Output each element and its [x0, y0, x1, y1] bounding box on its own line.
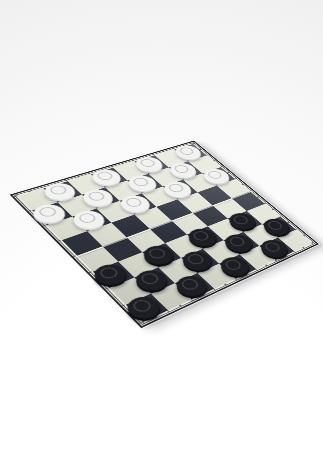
- playing-field: ●●●●●●●●●●●●●●●●●●●●●●●●: [17, 144, 311, 322]
- checkers-board: ●●●●●●●●●●●●●●●●●●●●●●●●: [10, 141, 319, 329]
- margin-tick: [303, 247, 305, 248]
- margin-tick: [265, 265, 267, 266]
- margin-tick: [311, 243, 313, 245]
- photo-background: ●●●●●●●●●●●●●●●●●●●●●●●●: [0, 0, 323, 466]
- margin-tick: [224, 284, 226, 286]
- margin-tick: [179, 305, 181, 307]
